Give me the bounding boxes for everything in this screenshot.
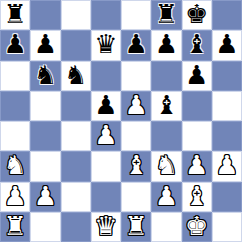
- square-f6[interactable]: [151, 61, 181, 91]
- square-d2[interactable]: [91, 182, 121, 212]
- square-b5[interactable]: [30, 91, 60, 121]
- piece-black-pawn[interactable]: ♟: [3, 31, 26, 57]
- square-d8[interactable]: [91, 0, 121, 30]
- square-g2[interactable]: ♝: [182, 182, 212, 212]
- square-g5[interactable]: [182, 91, 212, 121]
- square-e6[interactable]: [121, 61, 151, 91]
- piece-black-pawn[interactable]: ♟: [124, 31, 147, 57]
- square-c3[interactable]: [61, 151, 91, 181]
- square-f2[interactable]: ♟: [151, 182, 181, 212]
- square-c2[interactable]: [61, 182, 91, 212]
- square-a2[interactable]: ♟: [0, 182, 30, 212]
- piece-black-king[interactable]: ♚: [185, 1, 208, 27]
- square-h4[interactable]: [212, 121, 242, 151]
- piece-white-pawn[interactable]: ♟: [3, 183, 26, 209]
- square-g4[interactable]: [182, 121, 212, 151]
- piece-white-king[interactable]: ♚: [185, 213, 208, 239]
- square-a1[interactable]: ♜: [0, 212, 30, 242]
- square-e3[interactable]: ♝: [121, 151, 151, 181]
- square-d7[interactable]: ♛: [91, 30, 121, 60]
- square-g3[interactable]: ♟: [182, 151, 212, 181]
- square-d3[interactable]: [91, 151, 121, 181]
- square-e1[interactable]: ♜: [121, 212, 151, 242]
- square-b3[interactable]: [30, 151, 60, 181]
- square-f1[interactable]: [151, 212, 181, 242]
- piece-white-rook[interactable]: ♜: [124, 213, 147, 239]
- square-g7[interactable]: ♝: [182, 30, 212, 60]
- square-g6[interactable]: ♟: [182, 61, 212, 91]
- square-c6[interactable]: ♞: [61, 61, 91, 91]
- piece-black-bishop[interactable]: ♝: [185, 31, 208, 57]
- square-a8[interactable]: ♜: [0, 0, 30, 30]
- square-e8[interactable]: [121, 0, 151, 30]
- piece-black-pawn[interactable]: ♟: [185, 62, 208, 88]
- piece-black-rook[interactable]: ♜: [3, 1, 26, 27]
- piece-white-rook[interactable]: ♜: [3, 213, 26, 239]
- piece-white-pawn[interactable]: ♟: [185, 152, 208, 178]
- piece-white-pawn[interactable]: ♟: [124, 92, 147, 118]
- square-a4[interactable]: [0, 121, 30, 151]
- square-e7[interactable]: ♟: [121, 30, 151, 60]
- square-a6[interactable]: [0, 61, 30, 91]
- square-c1[interactable]: [61, 212, 91, 242]
- square-c4[interactable]: [61, 121, 91, 151]
- piece-white-pawn[interactable]: ♟: [215, 152, 238, 178]
- piece-black-pawn[interactable]: ♟: [155, 31, 178, 57]
- piece-white-pawn[interactable]: ♟: [94, 122, 117, 148]
- square-e4[interactable]: [121, 121, 151, 151]
- piece-black-knight[interactable]: ♞: [34, 62, 57, 88]
- square-b7[interactable]: ♟: [30, 30, 60, 60]
- square-d1[interactable]: ♛: [91, 212, 121, 242]
- square-f8[interactable]: ♜: [151, 0, 181, 30]
- square-d5[interactable]: ♟: [91, 91, 121, 121]
- piece-black-pawn[interactable]: ♟: [215, 31, 238, 57]
- square-a3[interactable]: ♞: [0, 151, 30, 181]
- square-d4[interactable]: ♟: [91, 121, 121, 151]
- square-c5[interactable]: [61, 91, 91, 121]
- square-f4[interactable]: [151, 121, 181, 151]
- square-h2[interactable]: [212, 182, 242, 212]
- piece-black-bishop[interactable]: ♝: [155, 92, 178, 118]
- piece-white-bishop[interactable]: ♝: [185, 183, 208, 209]
- square-h1[interactable]: [212, 212, 242, 242]
- piece-white-knight[interactable]: ♞: [155, 152, 178, 178]
- square-c7[interactable]: [61, 30, 91, 60]
- square-e2[interactable]: [121, 182, 151, 212]
- square-d6[interactable]: [91, 61, 121, 91]
- piece-white-pawn[interactable]: ♟: [155, 183, 178, 209]
- piece-black-queen[interactable]: ♛: [94, 31, 117, 57]
- piece-white-pawn[interactable]: ♟: [34, 183, 57, 209]
- square-h3[interactable]: ♟: [212, 151, 242, 181]
- square-b1[interactable]: [30, 212, 60, 242]
- square-b4[interactable]: [30, 121, 60, 151]
- square-g1[interactable]: ♚: [182, 212, 212, 242]
- square-h8[interactable]: [212, 0, 242, 30]
- square-a5[interactable]: [0, 91, 30, 121]
- square-f7[interactable]: ♟: [151, 30, 181, 60]
- square-e5[interactable]: ♟: [121, 91, 151, 121]
- piece-black-pawn[interactable]: ♟: [94, 92, 117, 118]
- square-h7[interactable]: ♟: [212, 30, 242, 60]
- piece-black-knight[interactable]: ♞: [64, 62, 87, 88]
- square-b2[interactable]: ♟: [30, 182, 60, 212]
- piece-white-bishop[interactable]: ♝: [124, 152, 147, 178]
- square-b6[interactable]: ♞: [30, 61, 60, 91]
- piece-white-knight[interactable]: ♞: [3, 152, 26, 178]
- square-f5[interactable]: ♝: [151, 91, 181, 121]
- piece-black-pawn[interactable]: ♟: [34, 31, 57, 57]
- chess-board: ♜♜♚♟♟♛♟♟♝♟♞♞♟♟♟♝♟♞♝♞♟♟♟♟♟♝♜♛♜♚: [0, 0, 242, 242]
- square-a7[interactable]: ♟: [0, 30, 30, 60]
- square-h6[interactable]: [212, 61, 242, 91]
- square-g8[interactable]: ♚: [182, 0, 212, 30]
- piece-white-queen[interactable]: ♛: [94, 213, 117, 239]
- square-b8[interactable]: [30, 0, 60, 30]
- square-f3[interactable]: ♞: [151, 151, 181, 181]
- square-h5[interactable]: [212, 91, 242, 121]
- piece-black-rook[interactable]: ♜: [155, 1, 178, 27]
- square-c8[interactable]: [61, 0, 91, 30]
